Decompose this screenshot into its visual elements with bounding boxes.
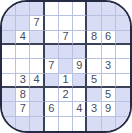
sudoku-cell-r7c8: 5: [102, 88, 116, 102]
sudoku-cell-r2c2: [16, 16, 30, 30]
sudoku-cell-r1c4: [45, 2, 59, 16]
sudoku-cell-r6c1: [2, 74, 16, 88]
sudoku-cell-r5c7: [87, 59, 101, 73]
sudoku-cell-r8c4: 6: [45, 102, 59, 116]
sudoku-cell-r8c3: [30, 102, 44, 116]
sudoku-cell-r1c3: [30, 2, 44, 16]
sudoku-cell-r9c9: [116, 117, 130, 131]
sudoku-cell-r1c6: [73, 2, 87, 16]
sudoku-cell-r2c7: [87, 16, 101, 30]
sudoku-cell-r6c6: [73, 74, 87, 88]
sudoku-cell-r5c3: [30, 59, 44, 73]
sudoku-cell-r3c3: [30, 31, 44, 45]
sudoku-cell-r7c3: [30, 88, 44, 102]
sudoku-cell-r4c7: [87, 45, 101, 59]
sudoku-cell-r2c1: [2, 16, 16, 30]
sudoku-cell-r7c5: 2: [59, 88, 73, 102]
sudoku-cell-r8c6: 4: [73, 102, 87, 116]
sudoku-cell-r2c9: [116, 16, 130, 30]
sudoku-cell-r7c6: [73, 88, 87, 102]
sudoku-cell-r6c4: [45, 74, 59, 88]
sudoku-cell-r9c5: [59, 117, 73, 131]
sudoku-cell-r5c4: 7: [45, 59, 59, 73]
sudoku-app-icon[interactable]: 74786793341582576439: [0, 0, 132, 133]
sudoku-cell-r4c6: [73, 45, 87, 59]
sudoku-cell-r5c9: [116, 59, 130, 73]
sudoku-cell-r4c4: [45, 45, 59, 59]
sudoku-cell-r4c1: [2, 45, 16, 59]
sudoku-cell-r7c7: [87, 88, 101, 102]
sudoku-cell-r9c3: [30, 117, 44, 131]
sudoku-cell-r3c4: [45, 31, 59, 45]
sudoku-cell-r1c5: [59, 2, 73, 16]
sudoku-cell-r8c7: 3: [87, 102, 101, 116]
sudoku-cell-r5c8: 3: [102, 59, 116, 73]
sudoku-cell-r1c2: [16, 2, 30, 16]
sudoku-cell-r7c1: [2, 88, 16, 102]
sudoku-cell-r1c1: [2, 2, 16, 16]
sudoku-cell-r3c7: 8: [87, 31, 101, 45]
sudoku-cell-r1c9: [116, 2, 130, 16]
sudoku-cell-r8c2: 7: [16, 102, 30, 116]
sudoku-cell-r8c8: 9: [102, 102, 116, 116]
sudoku-cell-r5c1: [2, 59, 16, 73]
sudoku-board: 74786793341582576439: [2, 2, 130, 131]
sudoku-cell-r7c2: 8: [16, 88, 30, 102]
sudoku-cell-r3c9: [116, 31, 130, 45]
sudoku-cell-r5c2: [16, 59, 30, 73]
sudoku-cell-r5c6: 9: [73, 59, 87, 73]
sudoku-cell-r8c1: [2, 102, 16, 116]
sudoku-cell-r1c8: [102, 2, 116, 16]
sudoku-cell-r2c8: [102, 16, 116, 30]
icon-rounded-frame: 74786793341582576439: [0, 0, 132, 133]
sudoku-cell-r2c3: 7: [30, 16, 44, 30]
sudoku-cell-r6c5: 1: [59, 74, 73, 88]
sudoku-cell-r3c1: [2, 31, 16, 45]
sudoku-cell-r9c2: [16, 117, 30, 131]
sudoku-cell-r4c5: [59, 45, 73, 59]
sudoku-cell-r8c9: [116, 102, 130, 116]
sudoku-cell-r9c8: [102, 117, 116, 131]
sudoku-cell-r1c7: [87, 2, 101, 16]
sudoku-cell-r6c3: 4: [30, 74, 44, 88]
sudoku-cell-r7c9: [116, 88, 130, 102]
sudoku-cell-r2c6: [73, 16, 87, 30]
sudoku-cell-r6c2: 3: [16, 74, 30, 88]
sudoku-cell-r9c7: [87, 117, 101, 131]
sudoku-cell-r9c6: [73, 117, 87, 131]
sudoku-cell-r3c2: 4: [16, 31, 30, 45]
sudoku-cell-r9c4: [45, 117, 59, 131]
sudoku-cell-r4c9: [116, 45, 130, 59]
sudoku-cell-r4c3: [30, 45, 44, 59]
sudoku-cell-r6c8: [102, 74, 116, 88]
sudoku-cell-r6c9: [116, 74, 130, 88]
sudoku-cell-r8c5: [59, 102, 73, 116]
sudoku-cell-r4c2: [16, 45, 30, 59]
sudoku-cell-r9c1: [2, 117, 16, 131]
sudoku-cell-r3c6: [73, 31, 87, 45]
sudoku-cell-r7c4: [45, 88, 59, 102]
sudoku-cell-r6c7: 5: [87, 74, 101, 88]
sudoku-cell-r4c8: [102, 45, 116, 59]
sudoku-cell-r5c5: [59, 59, 73, 73]
sudoku-cell-r3c8: 6: [102, 31, 116, 45]
sudoku-cell-r3c5: 7: [59, 31, 73, 45]
sudoku-cell-r2c5: [59, 16, 73, 30]
sudoku-cell-r2c4: [45, 16, 59, 30]
